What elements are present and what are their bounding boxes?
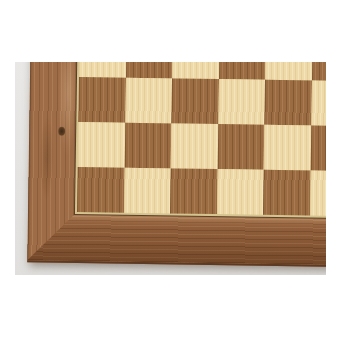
square-a1 xyxy=(77,167,124,213)
square-e3 xyxy=(264,80,311,126)
square-b2 xyxy=(124,123,171,169)
page-background xyxy=(0,0,340,340)
chess-board-frame xyxy=(27,62,326,269)
square-e2 xyxy=(264,125,311,171)
board-squares xyxy=(77,62,326,218)
square-a3 xyxy=(78,77,125,123)
square-e4 xyxy=(265,62,312,80)
square-e1 xyxy=(263,170,310,216)
square-a2 xyxy=(78,122,125,168)
square-d3 xyxy=(218,79,265,125)
square-c1 xyxy=(170,168,217,214)
product-photo-backdrop xyxy=(15,62,326,275)
square-d4 xyxy=(218,62,265,80)
square-b4 xyxy=(125,62,172,78)
square-c3 xyxy=(171,78,218,124)
square-f3 xyxy=(311,80,326,126)
square-f4 xyxy=(311,62,326,81)
square-a4 xyxy=(79,62,126,78)
square-b3 xyxy=(125,78,172,124)
square-c2 xyxy=(171,123,218,169)
square-f1 xyxy=(309,170,326,216)
square-d2 xyxy=(217,124,264,170)
square-c4 xyxy=(172,62,219,79)
square-d1 xyxy=(216,169,263,215)
wood-knot xyxy=(58,127,65,136)
board-frame-bottom-rail xyxy=(27,211,326,267)
maple-inlay-line xyxy=(75,62,326,220)
square-f2 xyxy=(310,125,326,171)
square-b1 xyxy=(123,168,170,214)
